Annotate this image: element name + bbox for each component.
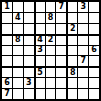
cell-r7c9-empty[interactable] — [89, 67, 99, 77]
cell-r8c7-empty[interactable] — [67, 78, 77, 88]
cell-r6c9-empty[interactable] — [89, 56, 99, 66]
cell-r5c8-empty[interactable] — [78, 46, 88, 56]
cell-r3c5-empty[interactable] — [46, 24, 56, 34]
cell-r7c3-empty[interactable] — [24, 67, 34, 77]
cell-r1c3-empty[interactable] — [24, 2, 34, 12]
cell-r4c3-empty[interactable] — [24, 35, 34, 45]
cell-r4c2-given: 8 — [13, 35, 23, 45]
cell-r8c9-empty[interactable] — [89, 78, 99, 88]
cell-r4c5-given: 2 — [46, 35, 56, 45]
cell-r5c6-empty[interactable] — [56, 46, 66, 56]
sudoku-board: 17348284236758637 — [0, 0, 101, 101]
cell-r7c4-given: 5 — [35, 67, 45, 77]
cell-r9c8-empty[interactable] — [78, 89, 88, 99]
cell-r3c1-empty[interactable] — [2, 24, 12, 34]
cell-r1c4-empty[interactable] — [35, 2, 45, 12]
cell-r9c5-empty[interactable] — [46, 89, 56, 99]
cell-r8c2-empty[interactable] — [13, 78, 23, 88]
cell-r6c8-given: 7 — [78, 56, 88, 66]
cell-r4c6-empty[interactable] — [56, 35, 66, 45]
cell-r2c7-empty[interactable] — [67, 13, 77, 23]
cell-r6c4-empty[interactable] — [35, 56, 45, 66]
cell-r8c3-given: 3 — [24, 78, 34, 88]
cell-r9c2-empty[interactable] — [13, 89, 23, 99]
cell-r4c9-empty[interactable] — [89, 35, 99, 45]
cell-r7c6-empty[interactable] — [56, 67, 66, 77]
cell-r9c3-empty[interactable] — [24, 89, 34, 99]
cell-r3c4-empty[interactable] — [35, 24, 45, 34]
cell-r9c6-empty[interactable] — [56, 89, 66, 99]
cell-r5c4-given: 3 — [35, 46, 45, 56]
cell-r3c9-empty[interactable] — [89, 24, 99, 34]
cell-r2c8-empty[interactable] — [78, 13, 88, 23]
cell-r1c6-given: 7 — [56, 2, 66, 12]
cell-r9c9-empty[interactable] — [89, 89, 99, 99]
cell-r6c6-empty[interactable] — [56, 56, 66, 66]
cell-r2c2-given: 4 — [13, 13, 23, 23]
cell-r6c1-empty[interactable] — [2, 56, 12, 66]
cell-r8c8-empty[interactable] — [78, 78, 88, 88]
cell-r3c2-empty[interactable] — [13, 24, 23, 34]
cell-r5c3-empty[interactable] — [24, 46, 34, 56]
cell-r8c5-empty[interactable] — [46, 78, 56, 88]
cell-r5c9-given: 6 — [89, 46, 99, 56]
cell-r2c4-empty[interactable] — [35, 13, 45, 23]
cell-r2c3-empty[interactable] — [24, 13, 34, 23]
cell-r4c8-empty[interactable] — [78, 35, 88, 45]
cell-r7c1-empty[interactable] — [2, 67, 12, 77]
cell-r1c2-empty[interactable] — [13, 2, 23, 12]
cell-r4c7-empty[interactable] — [67, 35, 77, 45]
cell-r3c8-empty[interactable] — [78, 24, 88, 34]
cell-r3c6-empty[interactable] — [56, 24, 66, 34]
cell-r1c1-given: 1 — [2, 2, 12, 12]
cell-r2c6-empty[interactable] — [56, 13, 66, 23]
cell-r8c6-empty[interactable] — [56, 78, 66, 88]
cell-r8c4-empty[interactable] — [35, 78, 45, 88]
cell-r5c7-empty[interactable] — [67, 46, 77, 56]
cell-r5c5-empty[interactable] — [46, 46, 56, 56]
cell-r1c9-empty[interactable] — [89, 2, 99, 12]
cell-r3c7-given: 2 — [67, 24, 77, 34]
cell-r7c7-given: 8 — [67, 67, 77, 77]
cell-r7c8-empty[interactable] — [78, 67, 88, 77]
cell-r8c1-given: 6 — [2, 78, 12, 88]
cell-r4c4-given: 4 — [35, 35, 45, 45]
cell-r9c1-given: 7 — [2, 89, 12, 99]
cell-r4c1-empty[interactable] — [2, 35, 12, 45]
cell-r5c2-empty[interactable] — [13, 46, 23, 56]
cell-r3c3-empty[interactable] — [24, 24, 34, 34]
cell-r6c3-empty[interactable] — [24, 56, 34, 66]
cell-r9c7-empty[interactable] — [67, 89, 77, 99]
cell-r5c1-empty[interactable] — [2, 46, 12, 56]
cell-r7c5-empty[interactable] — [46, 67, 56, 77]
cell-r7c2-empty[interactable] — [13, 67, 23, 77]
cell-r1c5-empty[interactable] — [46, 2, 56, 12]
cell-r1c7-empty[interactable] — [67, 2, 77, 12]
cell-r6c2-empty[interactable] — [13, 56, 23, 66]
cell-r6c7-empty[interactable] — [67, 56, 77, 66]
cell-r6c5-empty[interactable] — [46, 56, 56, 66]
cell-r2c5-given: 8 — [46, 13, 56, 23]
cell-r2c9-empty[interactable] — [89, 13, 99, 23]
cell-r2c1-empty[interactable] — [2, 13, 12, 23]
cell-r1c8-given: 3 — [78, 2, 88, 12]
cell-r9c4-empty[interactable] — [35, 89, 45, 99]
